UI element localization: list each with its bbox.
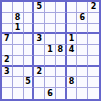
cell-r6c1-given-2[interactable]: 2	[2, 56, 13, 67]
cell-r7c4-given-2[interactable]: 2	[34, 67, 45, 78]
cell-r9c6-empty[interactable]	[56, 88, 67, 99]
cell-r8c3-given-5[interactable]: 5	[24, 77, 35, 88]
cell-r2c1-empty[interactable]	[2, 13, 13, 24]
cell-r4c2-empty[interactable]	[13, 34, 24, 45]
cell-r4c9-empty[interactable]	[88, 34, 99, 45]
cell-r5c7-given-4[interactable]: 4	[67, 45, 78, 56]
cell-r2c7-empty[interactable]	[67, 13, 78, 24]
cell-r5c1-empty[interactable]	[2, 45, 13, 56]
cell-r3c5-empty[interactable]	[45, 24, 56, 35]
cell-r9c8-empty[interactable]	[77, 88, 88, 99]
cell-r8c2-empty[interactable]	[13, 77, 24, 88]
cell-r5c8-empty[interactable]	[77, 45, 88, 56]
cell-r5c5-given-1[interactable]: 1	[45, 45, 56, 56]
cell-r2c9-empty[interactable]	[88, 13, 99, 24]
cell-r2c4-empty[interactable]	[34, 13, 45, 24]
cell-r5c2-empty[interactable]	[13, 45, 24, 56]
cell-r8c1-empty[interactable]	[2, 77, 13, 88]
cell-r4c1-given-7[interactable]: 7	[2, 34, 13, 45]
sudoku-board: 52861731184232586	[0, 0, 101, 101]
cell-r4c4-given-3[interactable]: 3	[34, 34, 45, 45]
cell-r9c7-empty[interactable]	[67, 88, 78, 99]
cell-r7c5-empty[interactable]	[45, 67, 56, 78]
cell-r8c5-empty[interactable]	[45, 77, 56, 88]
cell-r5c9-empty[interactable]	[88, 45, 99, 56]
cell-r4c7-given-1[interactable]: 1	[67, 34, 78, 45]
cell-r7c3-empty[interactable]	[24, 67, 35, 78]
cell-r9c4-empty[interactable]	[34, 88, 45, 99]
cell-r1c7-empty[interactable]	[67, 2, 78, 13]
cell-r4c6-empty[interactable]	[56, 34, 67, 45]
cell-r7c8-empty[interactable]	[77, 67, 88, 78]
cell-r9c1-empty[interactable]	[2, 88, 13, 99]
cell-r3c7-empty[interactable]	[67, 24, 78, 35]
cell-r5c6-given-8[interactable]: 8	[56, 45, 67, 56]
cell-r8c6-empty[interactable]	[56, 77, 67, 88]
cell-r2c2-given-8[interactable]: 8	[13, 13, 24, 24]
cell-r7c9-empty[interactable]	[88, 67, 99, 78]
cell-r7c1-given-3[interactable]: 3	[2, 67, 13, 78]
cell-r3c9-empty[interactable]	[88, 24, 99, 35]
cell-r3c8-empty[interactable]	[77, 24, 88, 35]
cell-r1c2-empty[interactable]	[13, 2, 24, 13]
cell-r6c5-empty[interactable]	[45, 56, 56, 67]
cell-r6c8-empty[interactable]	[77, 56, 88, 67]
cell-r9c5-given-6[interactable]: 6	[45, 88, 56, 99]
cell-r1c8-empty[interactable]	[77, 2, 88, 13]
cell-r2c3-empty[interactable]	[24, 13, 35, 24]
cell-r3c4-empty[interactable]	[34, 24, 45, 35]
cell-r2c8-given-6[interactable]: 6	[77, 13, 88, 24]
cell-r3c1-empty[interactable]	[2, 24, 13, 35]
cell-r3c6-empty[interactable]	[56, 24, 67, 35]
cell-r7c7-empty[interactable]	[67, 67, 78, 78]
cell-r6c3-empty[interactable]	[24, 56, 35, 67]
cell-r9c3-empty[interactable]	[24, 88, 35, 99]
cell-r2c6-empty[interactable]	[56, 13, 67, 24]
cell-r8c9-empty[interactable]	[88, 77, 99, 88]
cell-r1c6-empty[interactable]	[56, 2, 67, 13]
cell-r4c8-empty[interactable]	[77, 34, 88, 45]
cell-r1c1-empty[interactable]	[2, 2, 13, 13]
cell-r7c6-empty[interactable]	[56, 67, 67, 78]
cell-r8c7-given-8[interactable]: 8	[67, 77, 78, 88]
cell-r1c5-empty[interactable]	[45, 2, 56, 13]
cell-r4c5-empty[interactable]	[45, 34, 56, 45]
cell-r6c2-empty[interactable]	[13, 56, 24, 67]
cell-r6c7-empty[interactable]	[67, 56, 78, 67]
cell-r3c2-given-1[interactable]: 1	[13, 24, 24, 35]
cell-r5c3-empty[interactable]	[24, 45, 35, 56]
cell-r9c9-empty[interactable]	[88, 88, 99, 99]
cell-r2c5-empty[interactable]	[45, 13, 56, 24]
cell-r1c4-given-5[interactable]: 5	[34, 2, 45, 13]
cell-r4c3-empty[interactable]	[24, 34, 35, 45]
cell-r1c9-given-2[interactable]: 2	[88, 2, 99, 13]
cell-r8c4-empty[interactable]	[34, 77, 45, 88]
cell-r6c4-empty[interactable]	[34, 56, 45, 67]
cell-r7c2-empty[interactable]	[13, 67, 24, 78]
cell-r8c8-empty[interactable]	[77, 77, 88, 88]
cell-r9c2-empty[interactable]	[13, 88, 24, 99]
cell-r5c4-empty[interactable]	[34, 45, 45, 56]
cell-r6c9-empty[interactable]	[88, 56, 99, 67]
cell-r1c3-empty[interactable]	[24, 2, 35, 13]
cell-r6c6-empty[interactable]	[56, 56, 67, 67]
cell-r3c3-empty[interactable]	[24, 24, 35, 35]
